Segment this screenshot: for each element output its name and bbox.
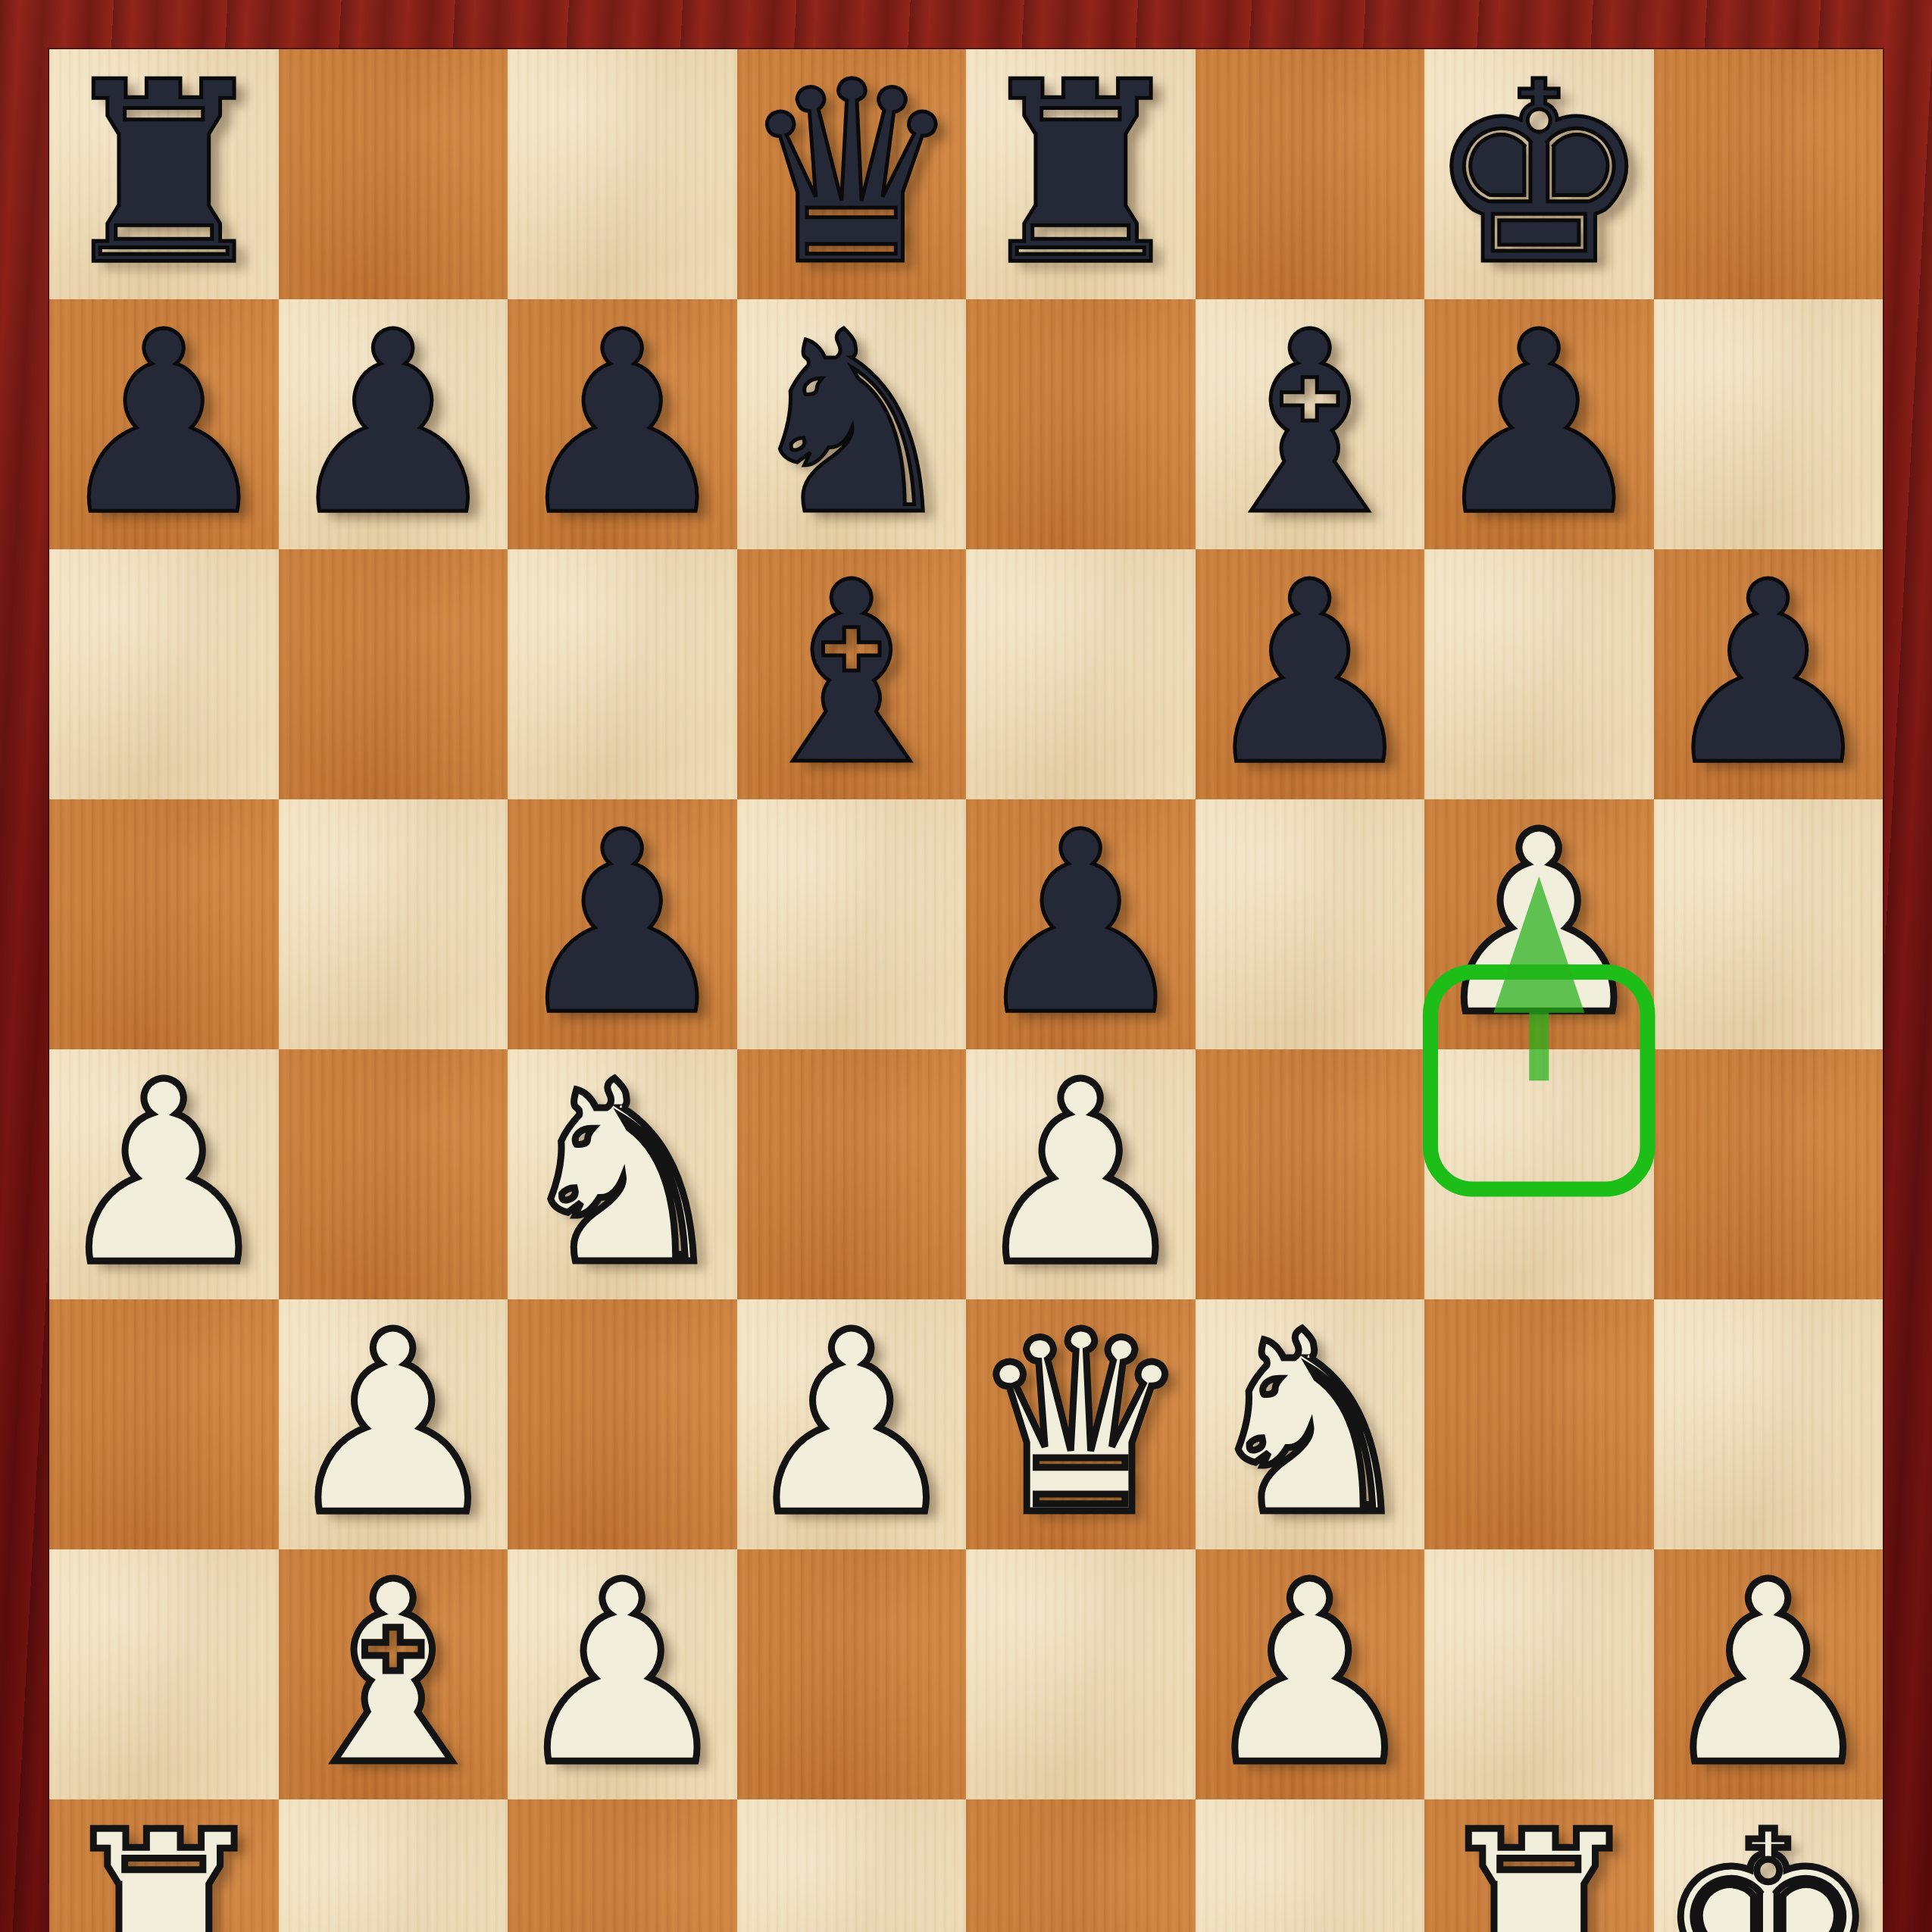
square-g5[interactable]: ♟ <box>1424 799 1654 1049</box>
square-f2[interactable]: ♟ <box>1196 1549 1425 1799</box>
square-a7[interactable]: ♟ <box>49 299 279 549</box>
square-g3[interactable] <box>1424 1299 1654 1549</box>
square-h2[interactable]: ♟ <box>1654 1549 1884 1799</box>
piece-white-pawn[interactable]: ♟ <box>281 1299 505 1549</box>
piece-black-knight[interactable]: ♞ <box>739 299 964 549</box>
square-c4[interactable]: ♞ <box>508 1049 737 1299</box>
square-b8[interactable] <box>279 49 508 299</box>
square-e6[interactable] <box>966 549 1196 799</box>
square-b6[interactable] <box>279 549 508 799</box>
square-a8[interactable]: ♜ <box>49 49 279 299</box>
square-g4[interactable] <box>1424 1049 1654 1299</box>
square-b4[interactable] <box>279 1049 508 1299</box>
square-b5[interactable] <box>279 799 508 1049</box>
piece-black-pawn[interactable]: ♟ <box>52 299 276 549</box>
square-a5[interactable] <box>49 799 279 1049</box>
piece-white-pawn[interactable]: ♟ <box>1198 1549 1422 1799</box>
square-e3[interactable]: ♛ <box>966 1299 1196 1549</box>
piece-white-pawn[interactable]: ♟ <box>52 1049 276 1299</box>
square-f3[interactable]: ♞ <box>1196 1299 1425 1549</box>
piece-black-rook[interactable]: ♜ <box>968 49 1193 299</box>
square-d8[interactable]: ♛ <box>737 49 967 299</box>
piece-black-bishop[interactable]: ♝ <box>739 549 964 799</box>
square-b3[interactable]: ♟ <box>279 1299 508 1549</box>
square-d2[interactable] <box>737 1549 967 1799</box>
square-a4[interactable]: ♟ <box>49 1049 279 1299</box>
piece-black-queen[interactable]: ♛ <box>739 49 964 299</box>
square-f7[interactable]: ♝ <box>1196 299 1425 549</box>
square-a6[interactable] <box>49 549 279 799</box>
square-c5[interactable]: ♟ <box>508 799 737 1049</box>
square-c2[interactable]: ♟ <box>508 1549 737 1799</box>
square-c3[interactable] <box>508 1299 737 1549</box>
square-d1[interactable] <box>737 1799 967 1932</box>
piece-black-bishop[interactable]: ♝ <box>1198 299 1422 549</box>
square-h7[interactable] <box>1654 299 1884 549</box>
square-h8[interactable] <box>1654 49 1884 299</box>
square-g6[interactable] <box>1424 549 1654 799</box>
square-h5[interactable] <box>1654 799 1884 1049</box>
piece-white-rook[interactable]: ♜ <box>1427 1799 1651 1932</box>
square-f1[interactable] <box>1196 1799 1425 1932</box>
square-f6[interactable]: ♟ <box>1196 549 1425 799</box>
piece-black-pawn[interactable]: ♟ <box>510 799 734 1049</box>
square-d5[interactable] <box>737 799 967 1049</box>
piece-white-pawn[interactable]: ♟ <box>1427 799 1651 1049</box>
square-c1[interactable] <box>508 1799 737 1932</box>
piece-black-king[interactable]: ♚ <box>1427 49 1651 299</box>
piece-black-pawn[interactable]: ♟ <box>1427 299 1651 549</box>
piece-black-pawn[interactable]: ♟ <box>1198 549 1422 799</box>
square-c7[interactable]: ♟ <box>508 299 737 549</box>
square-h1[interactable]: ♚ <box>1654 1799 1884 1932</box>
square-h6[interactable]: ♟ <box>1654 549 1884 799</box>
piece-white-pawn[interactable]: ♟ <box>510 1549 734 1799</box>
square-a3[interactable] <box>49 1299 279 1549</box>
square-a1[interactable]: ♜ <box>49 1799 279 1932</box>
square-d7[interactable]: ♞ <box>737 299 967 549</box>
square-e4[interactable]: ♟ <box>966 1049 1196 1299</box>
square-g7[interactable]: ♟ <box>1424 299 1654 549</box>
piece-white-pawn[interactable]: ♟ <box>1656 1549 1880 1799</box>
square-a2[interactable] <box>49 1549 279 1799</box>
square-f4[interactable] <box>1196 1049 1425 1299</box>
square-d6[interactable]: ♝ <box>737 549 967 799</box>
piece-black-pawn[interactable]: ♟ <box>1656 549 1880 799</box>
square-e1[interactable] <box>966 1799 1196 1932</box>
square-d4[interactable] <box>737 1049 967 1299</box>
piece-white-knight[interactable]: ♞ <box>510 1049 734 1299</box>
chess-app: ♜♛♜♚♟♟♟♞♝♟♝♟♟♟♟♟♟♞♟♟♟♛♞♝♟♟♟♜♜♚ <box>0 0 1932 1932</box>
square-e7[interactable] <box>966 299 1196 549</box>
piece-white-king[interactable]: ♚ <box>1656 1799 1880 1932</box>
square-h4[interactable] <box>1654 1049 1884 1299</box>
piece-black-pawn[interactable]: ♟ <box>968 799 1193 1049</box>
piece-white-rook[interactable]: ♜ <box>52 1799 276 1932</box>
square-f5[interactable] <box>1196 799 1425 1049</box>
chess-board: ♜♛♜♚♟♟♟♞♝♟♝♟♟♟♟♟♟♞♟♟♟♛♞♝♟♟♟♜♜♚ <box>49 49 1883 1883</box>
piece-white-queen[interactable]: ♛ <box>968 1299 1193 1549</box>
square-e2[interactable] <box>966 1549 1196 1799</box>
piece-white-bishop[interactable]: ♝ <box>281 1549 505 1799</box>
square-c6[interactable] <box>508 549 737 799</box>
piece-white-pawn[interactable]: ♟ <box>739 1299 964 1549</box>
square-g8[interactable]: ♚ <box>1424 49 1654 299</box>
square-b2[interactable]: ♝ <box>279 1549 508 1799</box>
square-e8[interactable]: ♜ <box>966 49 1196 299</box>
piece-black-pawn[interactable]: ♟ <box>510 299 734 549</box>
square-d3[interactable]: ♟ <box>737 1299 967 1549</box>
square-f8[interactable] <box>1196 49 1425 299</box>
piece-white-knight[interactable]: ♞ <box>1198 1299 1422 1549</box>
square-h3[interactable] <box>1654 1299 1884 1549</box>
square-c8[interactable] <box>508 49 737 299</box>
square-g2[interactable] <box>1424 1549 1654 1799</box>
piece-black-rook[interactable]: ♜ <box>52 49 276 299</box>
square-g1[interactable]: ♜ <box>1424 1799 1654 1932</box>
square-b1[interactable] <box>279 1799 508 1932</box>
square-b7[interactable]: ♟ <box>279 299 508 549</box>
piece-black-pawn[interactable]: ♟ <box>281 299 505 549</box>
piece-white-pawn[interactable]: ♟ <box>968 1049 1193 1299</box>
square-e5[interactable]: ♟ <box>966 799 1196 1049</box>
